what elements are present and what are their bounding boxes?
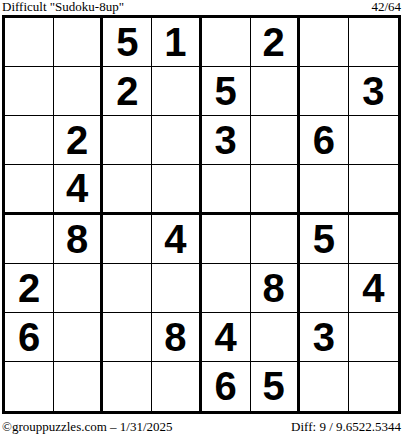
puzzle-page: Difficult "Sudoku-8up" 42/64 51225323648…: [0, 0, 403, 437]
cell-r4c5-empty[interactable]: [202, 165, 251, 214]
cell-r5c7-given: 5: [300, 215, 349, 264]
cell-r6c5-empty[interactable]: [202, 264, 251, 313]
cell-r3c8-empty[interactable]: [349, 116, 398, 165]
cell-r7c6-empty[interactable]: [251, 313, 300, 362]
cell-r2c5-given: 5: [202, 67, 251, 116]
cell-r4c7-empty[interactable]: [300, 165, 349, 214]
cell-r3c2-given: 2: [54, 116, 103, 165]
puzzle-title: Difficult "Sudoku-8up": [2, 0, 124, 14]
sudoku-board: 5122532364845284684365: [2, 15, 401, 414]
cell-r8c6-given: 5: [251, 362, 300, 411]
cell-r3c5-given: 3: [202, 116, 251, 165]
cell-r6c8-given: 4: [349, 264, 398, 313]
cell-r6c2-empty[interactable]: [54, 264, 103, 313]
cell-r6c4-empty[interactable]: [152, 264, 201, 313]
cell-r8c7-empty[interactable]: [300, 362, 349, 411]
difficulty-rating: Diff: 9 / 9.6522.5344: [291, 419, 401, 434]
cell-r8c8-empty[interactable]: [349, 362, 398, 411]
cell-r4c2-given: 4: [54, 165, 103, 214]
cell-r1c5-empty[interactable]: [202, 18, 251, 67]
cell-r2c6-empty[interactable]: [251, 67, 300, 116]
cell-r3c1-empty[interactable]: [5, 116, 54, 165]
cell-r7c4-given: 8: [152, 313, 201, 362]
cell-r1c6-given: 2: [251, 18, 300, 67]
cell-r2c4-empty[interactable]: [152, 67, 201, 116]
header: Difficult "Sudoku-8up" 42/64: [2, 0, 401, 14]
cell-r5c2-given: 8: [54, 215, 103, 264]
footer: ©grouppuzzles.com – 1/31/2025 Diff: 9 / …: [2, 419, 401, 434]
cell-r1c7-empty[interactable]: [300, 18, 349, 67]
cell-r4c8-empty[interactable]: [349, 165, 398, 214]
cell-r7c1-given: 6: [5, 313, 54, 362]
cell-r6c1-given: 2: [5, 264, 54, 313]
cell-r5c4-given: 4: [152, 215, 201, 264]
cell-r5c6-empty[interactable]: [251, 215, 300, 264]
cell-r8c5-given: 6: [202, 362, 251, 411]
cell-r5c1-empty[interactable]: [5, 215, 54, 264]
cell-r3c6-empty[interactable]: [251, 116, 300, 165]
cell-r5c5-empty[interactable]: [202, 215, 251, 264]
cell-r2c1-empty[interactable]: [5, 67, 54, 116]
cell-r1c4-given: 1: [152, 18, 201, 67]
cell-r1c1-empty[interactable]: [5, 18, 54, 67]
cell-r2c7-empty[interactable]: [300, 67, 349, 116]
cell-r1c8-empty[interactable]: [349, 18, 398, 67]
cell-r2c3-given: 2: [103, 67, 152, 116]
cell-r3c3-empty[interactable]: [103, 116, 152, 165]
copyright-date: ©grouppuzzles.com – 1/31/2025: [2, 419, 173, 434]
cell-r3c7-given: 6: [300, 116, 349, 165]
empty-cell-counter: 42/64: [371, 0, 401, 14]
cell-r4c3-empty[interactable]: [103, 165, 152, 214]
cell-r6c3-empty[interactable]: [103, 264, 152, 313]
cell-r7c7-given: 3: [300, 313, 349, 362]
cell-r6c7-empty[interactable]: [300, 264, 349, 313]
cell-r2c2-empty[interactable]: [54, 67, 103, 116]
cell-r5c3-empty[interactable]: [103, 215, 152, 264]
cell-r8c4-empty[interactable]: [152, 362, 201, 411]
cell-r4c1-empty[interactable]: [5, 165, 54, 214]
cell-r8c3-empty[interactable]: [103, 362, 152, 411]
cell-r4c6-empty[interactable]: [251, 165, 300, 214]
cell-r1c3-given: 5: [103, 18, 152, 67]
cell-r7c5-given: 4: [202, 313, 251, 362]
cell-r5c8-empty[interactable]: [349, 215, 398, 264]
cell-r8c2-empty[interactable]: [54, 362, 103, 411]
cell-r7c3-empty[interactable]: [103, 313, 152, 362]
cell-r1c2-empty[interactable]: [54, 18, 103, 67]
cell-r6c6-given: 8: [251, 264, 300, 313]
cell-r8c1-empty[interactable]: [5, 362, 54, 411]
cell-r7c2-empty[interactable]: [54, 313, 103, 362]
cell-r4c4-empty[interactable]: [152, 165, 201, 214]
cell-r2c8-given: 3: [349, 67, 398, 116]
cell-r7c8-empty[interactable]: [349, 313, 398, 362]
cell-r3c4-empty[interactable]: [152, 116, 201, 165]
